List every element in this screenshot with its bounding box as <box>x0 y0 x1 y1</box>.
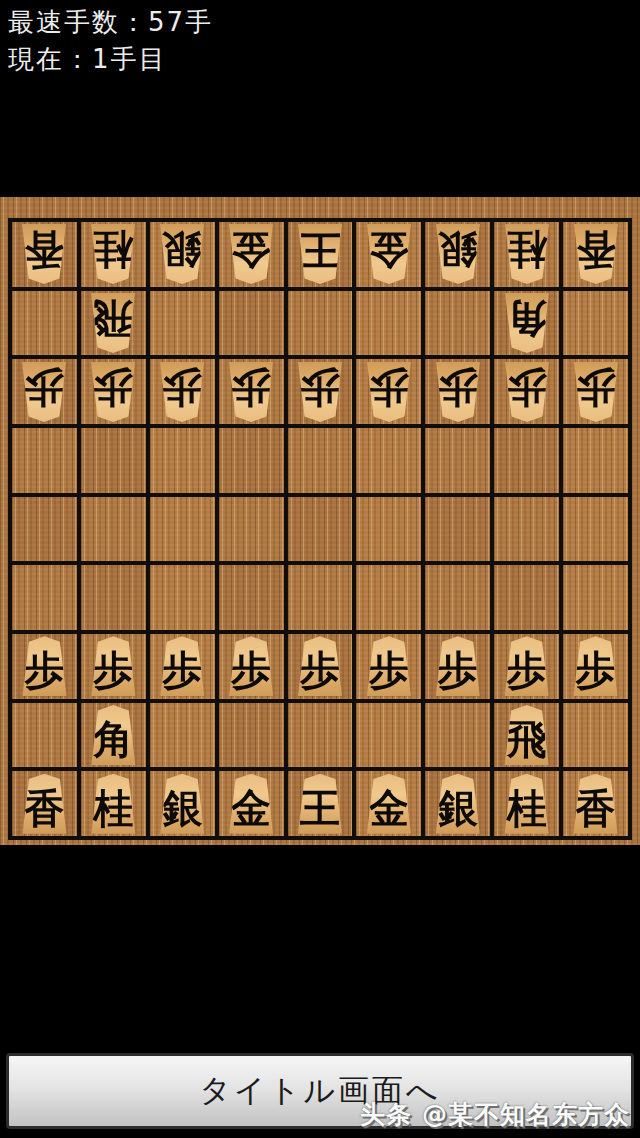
piece-gote-歩[interactable]: 歩 <box>295 362 345 422</box>
piece-kanji: 香 <box>576 788 616 828</box>
cell-r3c5[interactable]: 歩 <box>288 359 353 424</box>
piece-kanji: 歩 <box>438 650 478 690</box>
cell-r7c1[interactable]: 歩 <box>12 634 77 699</box>
current-move-label: 現在：1手目 <box>8 41 213 78</box>
piece-kanji: 香 <box>24 788 64 828</box>
cell-r2c9[interactable] <box>563 291 628 356</box>
cell-r6c5[interactable] <box>288 565 353 630</box>
piece-sente-歩[interactable]: 歩 <box>19 636 69 696</box>
piece-gote-歩[interactable]: 歩 <box>571 362 621 422</box>
piece-sente-飛[interactable]: 飛 <box>502 705 552 765</box>
cell-r6c8[interactable] <box>494 565 559 630</box>
piece-kanji: 歩 <box>231 650 271 690</box>
cell-r9c1[interactable]: 香 <box>12 771 77 836</box>
piece-gote-桂[interactable]: 桂 <box>88 224 138 284</box>
cell-r9c2[interactable]: 桂 <box>81 771 146 836</box>
piece-kanji: 桂 <box>93 788 133 828</box>
piece-kanji: 歩 <box>300 650 340 690</box>
piece-kanji: 歩 <box>369 650 409 690</box>
cell-r7c4[interactable]: 歩 <box>219 634 284 699</box>
cell-r8c2[interactable]: 角 <box>81 703 146 768</box>
cell-r1c4[interactable]: 金 <box>219 222 284 287</box>
piece-kanji: 飛 <box>93 299 133 339</box>
piece-gote-歩[interactable]: 歩 <box>226 362 276 422</box>
cell-r2c6[interactable] <box>356 291 421 356</box>
cell-r8c6[interactable] <box>356 703 421 768</box>
cell-r4c3[interactable] <box>150 428 215 493</box>
piece-kanji: 王 <box>300 788 340 828</box>
watermark-text: 头条 @某不知名东方众 <box>360 1098 630 1131</box>
piece-sente-銀[interactable]: 銀 <box>157 774 207 834</box>
cell-r2c7[interactable] <box>425 291 490 356</box>
piece-sente-歩[interactable]: 歩 <box>364 636 414 696</box>
piece-sente-歩[interactable]: 歩 <box>88 636 138 696</box>
cell-r5c4[interactable] <box>219 497 284 562</box>
fastest-moves-label: 最速手数：57手 <box>8 4 213 41</box>
cell-r3c2[interactable]: 歩 <box>81 359 146 424</box>
piece-gote-歩[interactable]: 歩 <box>502 362 552 422</box>
piece-sente-角[interactable]: 角 <box>88 705 138 765</box>
cell-r9c3[interactable]: 銀 <box>150 771 215 836</box>
cell-r1c5[interactable]: 王 <box>288 222 353 287</box>
cell-r6c3[interactable] <box>150 565 215 630</box>
piece-gote-歩[interactable]: 歩 <box>157 362 207 422</box>
cell-r8c4[interactable] <box>219 703 284 768</box>
cell-r7c8[interactable]: 歩 <box>494 634 559 699</box>
piece-sente-歩[interactable]: 歩 <box>502 636 552 696</box>
cell-r5c3[interactable] <box>150 497 215 562</box>
cell-r8c1[interactable] <box>12 703 77 768</box>
cell-r4c2[interactable] <box>81 428 146 493</box>
piece-kanji: 銀 <box>162 788 202 828</box>
cell-r3c4[interactable]: 歩 <box>219 359 284 424</box>
piece-kanji: 桂 <box>93 230 133 270</box>
piece-gote-金[interactable]: 金 <box>226 224 276 284</box>
cell-r3c3[interactable]: 歩 <box>150 359 215 424</box>
cell-r1c8[interactable]: 桂 <box>494 222 559 287</box>
piece-kanji: 香 <box>576 230 616 270</box>
cell-r9c5[interactable]: 王 <box>288 771 353 836</box>
cell-r7c7[interactable]: 歩 <box>425 634 490 699</box>
piece-sente-桂[interactable]: 桂 <box>88 774 138 834</box>
piece-kanji: 歩 <box>507 368 547 408</box>
piece-kanji: 金 <box>231 788 271 828</box>
cell-r5c7[interactable] <box>425 497 490 562</box>
piece-kanji: 歩 <box>93 368 133 408</box>
piece-kanji: 歩 <box>93 650 133 690</box>
piece-kanji: 角 <box>507 299 547 339</box>
piece-gote-王[interactable]: 王 <box>295 224 345 284</box>
cell-r8c3[interactable] <box>150 703 215 768</box>
piece-kanji: 飛 <box>507 719 547 759</box>
move-info-panel: 最速手数：57手 現在：1手目 <box>8 4 213 78</box>
shogi-board: 香桂銀金王金銀桂香飛角歩歩歩歩歩歩歩歩歩歩歩歩歩歩歩歩歩歩角飛香桂銀金王金銀桂香 <box>0 197 640 845</box>
cell-r1c7[interactable]: 銀 <box>425 222 490 287</box>
cell-r6c2[interactable] <box>81 565 146 630</box>
piece-gote-桂[interactable]: 桂 <box>502 224 552 284</box>
piece-kanji: 銀 <box>438 230 478 270</box>
cell-r4c9[interactable] <box>563 428 628 493</box>
piece-kanji: 歩 <box>231 368 271 408</box>
piece-sente-王[interactable]: 王 <box>295 774 345 834</box>
cell-r5c1[interactable] <box>12 497 77 562</box>
piece-sente-香[interactable]: 香 <box>571 774 621 834</box>
piece-kanji: 歩 <box>300 368 340 408</box>
piece-kanji: 歩 <box>438 368 478 408</box>
piece-kanji: 歩 <box>576 368 616 408</box>
cell-r8c7[interactable] <box>425 703 490 768</box>
piece-gote-銀[interactable]: 銀 <box>157 224 207 284</box>
board-grid: 香桂銀金王金銀桂香飛角歩歩歩歩歩歩歩歩歩歩歩歩歩歩歩歩歩歩角飛香桂銀金王金銀桂香 <box>8 218 632 840</box>
cell-r9c9[interactable]: 香 <box>563 771 628 836</box>
piece-sente-金[interactable]: 金 <box>364 774 414 834</box>
cell-r7c9[interactable]: 歩 <box>563 634 628 699</box>
piece-kanji: 歩 <box>24 650 64 690</box>
piece-gote-歩[interactable]: 歩 <box>364 362 414 422</box>
piece-kanji: 歩 <box>162 368 202 408</box>
cell-r1c3[interactable]: 銀 <box>150 222 215 287</box>
piece-kanji: 桂 <box>507 230 547 270</box>
piece-gote-銀[interactable]: 銀 <box>433 224 483 284</box>
cell-r7c3[interactable]: 歩 <box>150 634 215 699</box>
piece-gote-金[interactable]: 金 <box>364 224 414 284</box>
piece-gote-香[interactable]: 香 <box>571 224 621 284</box>
cell-r3c7[interactable]: 歩 <box>425 359 490 424</box>
cell-r1c6[interactable]: 金 <box>356 222 421 287</box>
cell-r6c1[interactable] <box>12 565 77 630</box>
cell-r6c9[interactable] <box>563 565 628 630</box>
cell-r3c9[interactable]: 歩 <box>563 359 628 424</box>
cell-r3c8[interactable]: 歩 <box>494 359 559 424</box>
piece-kanji: 香 <box>24 230 64 270</box>
cell-r5c5[interactable] <box>288 497 353 562</box>
cell-r4c8[interactable] <box>494 428 559 493</box>
piece-gote-飛[interactable]: 飛 <box>88 293 138 353</box>
cell-r9c4[interactable]: 金 <box>219 771 284 836</box>
piece-kanji: 歩 <box>576 650 616 690</box>
piece-gote-歩[interactable]: 歩 <box>433 362 483 422</box>
cell-r5c6[interactable] <box>356 497 421 562</box>
cell-r2c4[interactable] <box>219 291 284 356</box>
piece-gote-角[interactable]: 角 <box>502 293 552 353</box>
cell-r5c8[interactable] <box>494 497 559 562</box>
cell-r1c1[interactable]: 香 <box>12 222 77 287</box>
piece-sente-香[interactable]: 香 <box>19 774 69 834</box>
cell-r6c6[interactable] <box>356 565 421 630</box>
cell-r2c8[interactable]: 角 <box>494 291 559 356</box>
cell-r3c1[interactable]: 歩 <box>12 359 77 424</box>
piece-kanji: 角 <box>93 719 133 759</box>
cell-r1c2[interactable]: 桂 <box>81 222 146 287</box>
piece-kanji: 金 <box>369 788 409 828</box>
cell-r5c2[interactable] <box>81 497 146 562</box>
piece-kanji: 銀 <box>162 230 202 270</box>
piece-sente-歩[interactable]: 歩 <box>157 636 207 696</box>
cell-r7c5[interactable]: 歩 <box>288 634 353 699</box>
piece-kanji: 銀 <box>438 788 478 828</box>
cell-r9c6[interactable]: 金 <box>356 771 421 836</box>
piece-kanji: 王 <box>300 230 340 270</box>
cell-r7c6[interactable]: 歩 <box>356 634 421 699</box>
cell-r4c5[interactable] <box>288 428 353 493</box>
cell-r9c8[interactable]: 桂 <box>494 771 559 836</box>
cell-r8c8[interactable]: 飛 <box>494 703 559 768</box>
cell-r1c9[interactable]: 香 <box>563 222 628 287</box>
cell-r6c7[interactable] <box>425 565 490 630</box>
piece-sente-桂[interactable]: 桂 <box>502 774 552 834</box>
piece-sente-歩[interactable]: 歩 <box>295 636 345 696</box>
piece-kanji: 金 <box>231 230 271 270</box>
cell-r4c4[interactable] <box>219 428 284 493</box>
cell-r8c5[interactable] <box>288 703 353 768</box>
piece-kanji: 歩 <box>162 650 202 690</box>
cell-r2c1[interactable] <box>12 291 77 356</box>
piece-sente-歩[interactable]: 歩 <box>571 636 621 696</box>
piece-gote-歩[interactable]: 歩 <box>19 362 69 422</box>
piece-kanji: 歩 <box>24 368 64 408</box>
cell-r7c2[interactable]: 歩 <box>81 634 146 699</box>
piece-kanji: 歩 <box>507 650 547 690</box>
piece-kanji: 桂 <box>507 788 547 828</box>
cell-r8c9[interactable] <box>563 703 628 768</box>
piece-gote-歩[interactable]: 歩 <box>88 362 138 422</box>
piece-sente-銀[interactable]: 銀 <box>433 774 483 834</box>
cell-r4c7[interactable] <box>425 428 490 493</box>
piece-kanji: 歩 <box>369 368 409 408</box>
cell-r4c1[interactable] <box>12 428 77 493</box>
piece-kanji: 金 <box>369 230 409 270</box>
piece-gote-香[interactable]: 香 <box>19 224 69 284</box>
cell-r3c6[interactable]: 歩 <box>356 359 421 424</box>
cell-r4c6[interactable] <box>356 428 421 493</box>
piece-sente-金[interactable]: 金 <box>226 774 276 834</box>
cell-r2c2[interactable]: 飛 <box>81 291 146 356</box>
cell-r5c9[interactable] <box>563 497 628 562</box>
piece-sente-歩[interactable]: 歩 <box>433 636 483 696</box>
cell-r2c5[interactable] <box>288 291 353 356</box>
cell-r9c7[interactable]: 銀 <box>425 771 490 836</box>
app-screen: 最速手数：57手 現在：1手目 香桂銀金王金銀桂香飛角歩歩歩歩歩歩歩歩歩歩歩歩歩… <box>0 0 640 1138</box>
piece-sente-歩[interactable]: 歩 <box>226 636 276 696</box>
cell-r2c3[interactable] <box>150 291 215 356</box>
cell-r6c4[interactable] <box>219 565 284 630</box>
